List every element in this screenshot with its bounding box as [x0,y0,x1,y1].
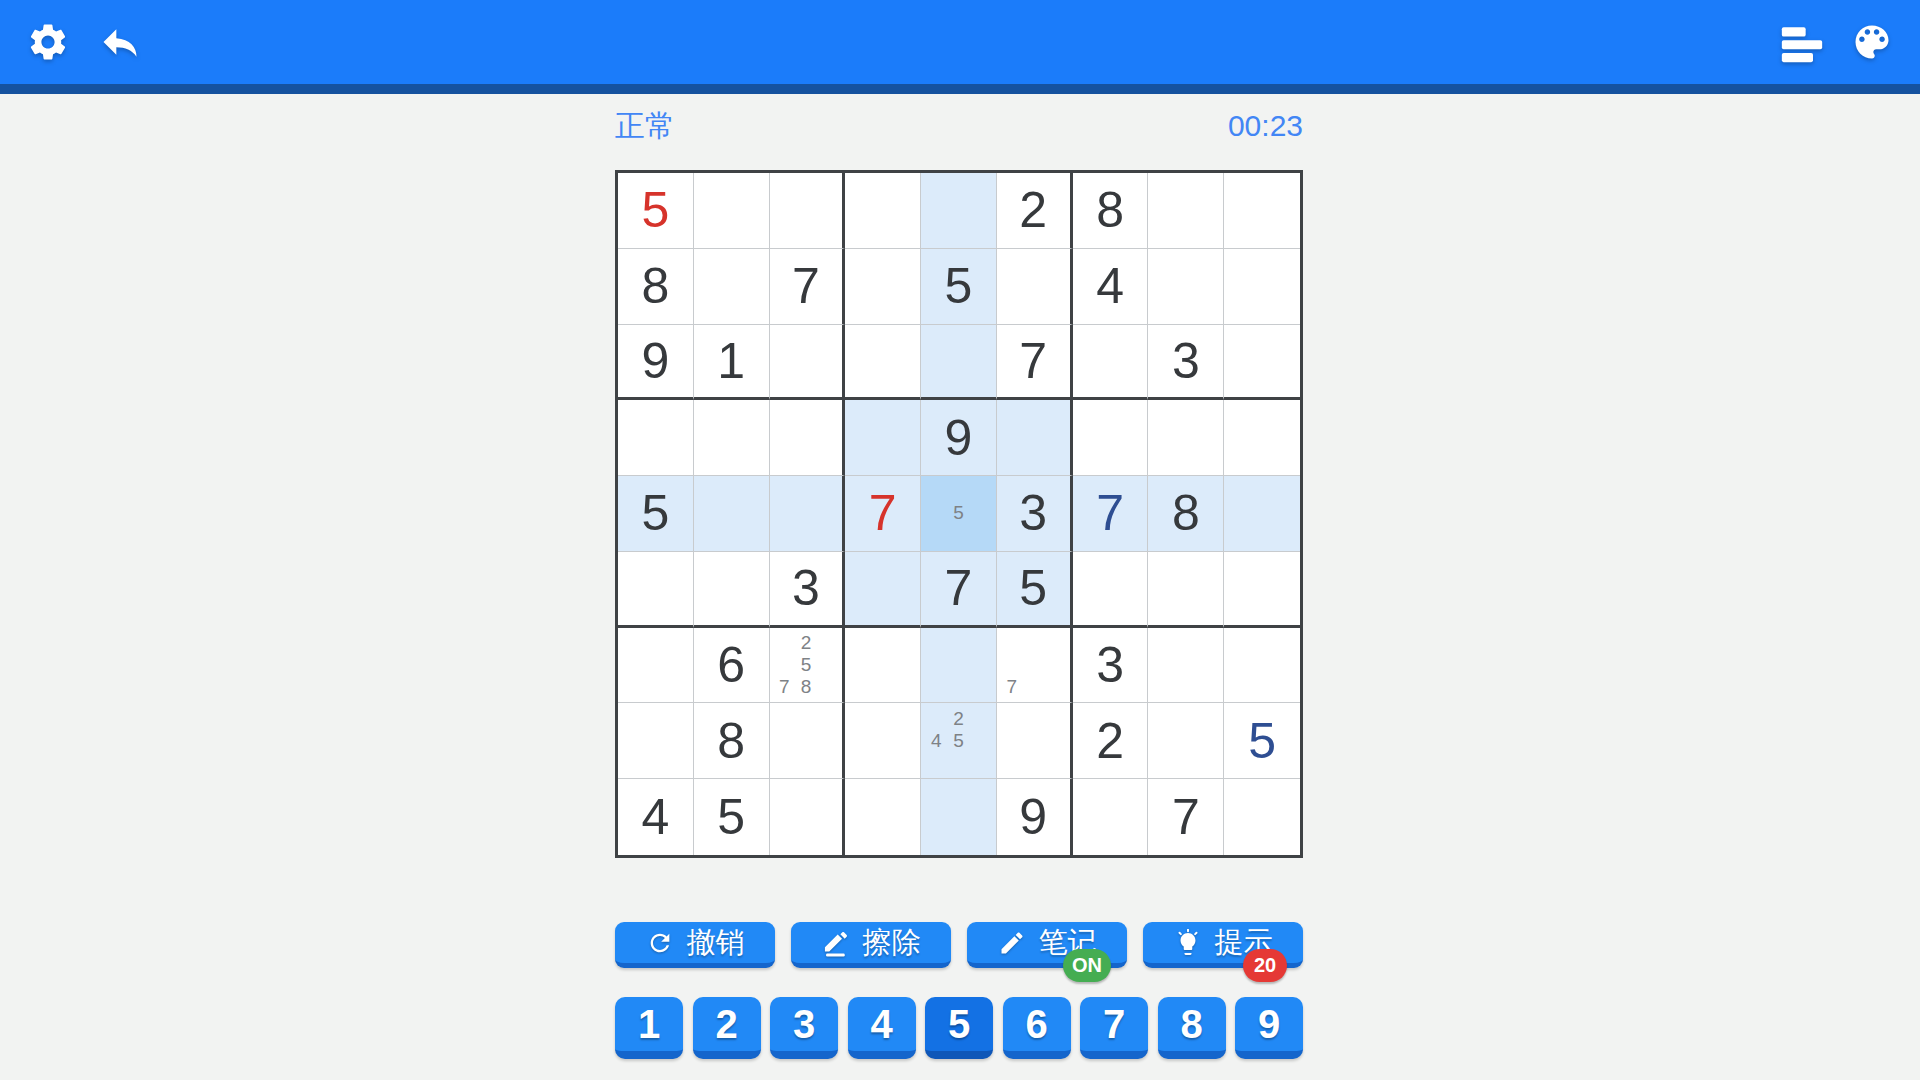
cell-r2c2[interactable] [694,249,770,325]
cell-r1c4[interactable] [845,173,921,249]
cell-r7c6[interactable]: 7 [997,628,1073,704]
cell-r3c8[interactable]: 3 [1148,325,1224,401]
toolbar-button-label: 撤销 [687,923,745,963]
cell-r2c9[interactable] [1224,249,1300,325]
numpad-key-1[interactable]: 1 [615,997,683,1059]
cell-r7c4[interactable] [845,628,921,704]
cell-r5c4[interactable]: 7 [845,476,921,552]
cell-r7c5[interactable] [921,628,997,704]
cell-digit: 5 [945,257,973,315]
cell-r7c7[interactable]: 3 [1073,628,1149,704]
cell-r2c6[interactable] [997,249,1073,325]
cell-r4c9[interactable] [1224,400,1300,476]
cell-digit: 5 [717,788,745,846]
undo-back-arrow-icon[interactable] [98,20,142,64]
cell-digit: 5 [641,484,669,542]
cell-digit: 7 [792,257,820,315]
cell-r4c2[interactable] [694,400,770,476]
cell-r9c1[interactable]: 4 [618,779,694,855]
cell-r9c3[interactable] [770,779,846,855]
cell-digit: 8 [1172,484,1200,542]
cell-r3c4[interactable] [845,325,921,401]
pencil-notes: 7 [1001,632,1066,699]
cell-digit: 8 [1096,181,1124,239]
cell-r8c7[interactable]: 2 [1073,703,1149,779]
notes-on-badge: ON [1063,949,1111,982]
cell-r5c3[interactable] [770,476,846,552]
cell-r4c6[interactable] [997,400,1073,476]
cell-r5c6[interactable]: 3 [997,476,1073,552]
undo-circular-icon [646,929,674,957]
cell-r6c2[interactable] [694,552,770,628]
cell-r4c5[interactable]: 9 [921,400,997,476]
cell-r1c6[interactable]: 2 [997,173,1073,249]
cell-r7c3[interactable]: 2578 [770,628,846,704]
cell-r7c8[interactable] [1148,628,1224,704]
cell-r4c8[interactable] [1148,400,1224,476]
cell-r1c2[interactable] [694,173,770,249]
numpad-key-5[interactable]: 5 [925,997,993,1059]
cell-digit: 8 [717,712,745,770]
numpad-key-4[interactable]: 4 [848,997,916,1059]
cell-r7c9[interactable] [1224,628,1300,704]
cell-r8c4[interactable] [845,703,921,779]
cell-r2c4[interactable] [845,249,921,325]
toolbar-button-label: 擦除 [863,923,921,963]
cell-digit: 7 [869,484,897,542]
cell-r4c7[interactable] [1073,400,1149,476]
cell-r8c3[interactable] [770,703,846,779]
settings-gear-icon[interactable] [26,20,70,64]
pen-icon [998,929,1026,957]
toolbar-button-undo[interactable]: 撤销 [615,922,775,968]
top-bar [0,0,1920,94]
sudoku-board: 52887549173957537837562578738245254597 [615,170,1303,858]
cell-r9c9[interactable] [1224,779,1300,855]
cell-r9c4[interactable] [845,779,921,855]
cell-r7c2[interactable]: 6 [694,628,770,704]
cell-r6c1[interactable] [618,552,694,628]
numpad-key-3[interactable]: 3 [770,997,838,1059]
pencil-notes: 2578 [774,632,839,699]
cell-digit: 5 [1019,559,1047,617]
cell-r5c2[interactable] [694,476,770,552]
numpad-key-8[interactable]: 8 [1158,997,1226,1059]
cell-r8c5[interactable]: 245 [921,703,997,779]
pencil-notes: 245 [925,707,992,774]
cell-r8c9[interactable]: 5 [1224,703,1300,779]
cell-r1c1[interactable]: 5 [618,173,694,249]
numpad-key-7[interactable]: 7 [1080,997,1148,1059]
cell-digit: 7 [1019,332,1047,390]
cell-r9c2[interactable]: 5 [694,779,770,855]
cell-r6c9[interactable] [1224,552,1300,628]
lightbulb-icon [1174,929,1202,957]
toolbar-button-erase[interactable]: 擦除 [791,922,951,968]
cell-r6c5[interactable]: 7 [921,552,997,628]
cell-r8c1[interactable] [618,703,694,779]
cell-r3c3[interactable] [770,325,846,401]
cell-r8c8[interactable] [1148,703,1224,779]
cell-r3c9[interactable] [1224,325,1300,401]
cell-r7c1[interactable] [618,628,694,704]
cell-digit: 9 [945,409,973,467]
cell-r1c9[interactable] [1224,173,1300,249]
cell-r6c3[interactable]: 3 [770,552,846,628]
number-pad: 123456789 [615,997,1303,1059]
cell-r5c7[interactable]: 7 [1073,476,1149,552]
cell-r5c1[interactable]: 5 [618,476,694,552]
cell-digit: 4 [641,788,669,846]
action-toolbar: 撤销擦除笔记ON提示20 [615,922,1303,968]
cell-digit: 6 [717,636,745,694]
cell-r8c2[interactable]: 8 [694,703,770,779]
cell-digit: 5 [641,181,669,239]
cell-digit: 3 [1096,636,1124,694]
cell-digit: 9 [1019,788,1047,846]
cell-r6c8[interactable] [1148,552,1224,628]
hint-count-badge: 20 [1243,949,1287,982]
cell-r9c5[interactable] [921,779,997,855]
pencil-notes: 5 [925,480,992,547]
cell-digit: 3 [1172,332,1200,390]
cell-digit: 2 [1019,181,1047,239]
cell-r3c2[interactable]: 1 [694,325,770,401]
cell-r3c6[interactable]: 7 [997,325,1073,401]
cell-digit: 3 [792,559,820,617]
cell-r2c5[interactable]: 5 [921,249,997,325]
cell-digit: 4 [1096,257,1124,315]
cell-r3c1[interactable]: 9 [618,325,694,401]
cell-r5c5[interactable]: 5 [921,476,997,552]
cell-r9c7[interactable] [1073,779,1149,855]
difficulty-label: 正常 [615,106,675,147]
cell-r9c6[interactable]: 9 [997,779,1073,855]
cell-r3c5[interactable] [921,325,997,401]
cell-r1c8[interactable] [1148,173,1224,249]
cell-r4c4[interactable] [845,400,921,476]
cell-r6c4[interactable] [845,552,921,628]
numpad-key-9[interactable]: 9 [1235,997,1303,1059]
cell-r1c7[interactable]: 8 [1073,173,1149,249]
timer: 00:23 [1228,109,1303,143]
cell-digit: 7 [945,559,973,617]
cell-r4c1[interactable] [618,400,694,476]
cell-digit: 2 [1096,712,1124,770]
cell-digit: 5 [1248,712,1276,770]
cell-digit: 1 [717,332,745,390]
cell-r2c8[interactable] [1148,249,1224,325]
cell-r1c5[interactable] [921,173,997,249]
cell-r3c7[interactable] [1073,325,1149,401]
cell-r2c7[interactable]: 4 [1073,249,1149,325]
cell-r1c3[interactable] [770,173,846,249]
cell-r2c3[interactable]: 7 [770,249,846,325]
status-row: 正常 00:23 [615,104,1303,148]
theme-palette-icon[interactable] [1850,20,1894,64]
cell-r8c6[interactable] [997,703,1073,779]
main-column: 正常 00:23 5288754917395753783756257873824… [615,94,1303,1059]
toolbar-button-hint[interactable]: 提示20 [1143,922,1303,968]
cell-digit: 7 [1172,788,1200,846]
cell-r9c8[interactable]: 7 [1148,779,1224,855]
stats-list-icon[interactable] [1780,20,1824,64]
toolbar-button-notes[interactable]: 笔记ON [967,922,1127,968]
numpad-key-2[interactable]: 2 [693,997,761,1059]
cell-digit: 3 [1019,484,1047,542]
eraser-pencil-icon [822,929,850,957]
cell-digit: 9 [641,332,669,390]
cell-r6c6[interactable]: 5 [997,552,1073,628]
cell-r5c8[interactable]: 8 [1148,476,1224,552]
numpad-key-6[interactable]: 6 [1003,997,1071,1059]
cell-digit: 8 [641,257,669,315]
cell-digit: 7 [1096,484,1124,542]
cell-r2c1[interactable]: 8 [618,249,694,325]
cell-r4c3[interactable] [770,400,846,476]
cell-r6c7[interactable] [1073,552,1149,628]
cell-r5c9[interactable] [1224,476,1300,552]
